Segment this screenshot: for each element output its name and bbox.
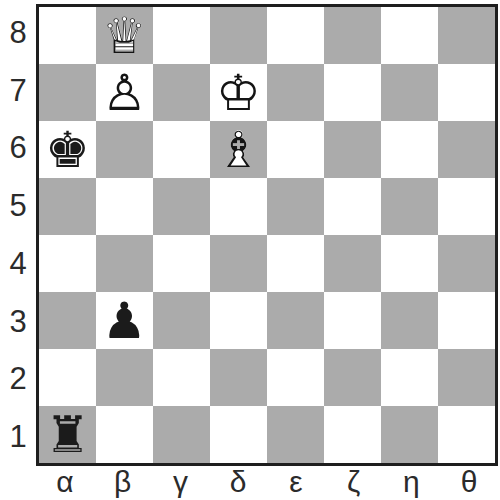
square-f6[interactable] [324, 121, 381, 178]
square-c6[interactable] [153, 121, 210, 178]
square-c7[interactable] [153, 64, 210, 121]
square-h1[interactable] [438, 406, 495, 463]
square-e3[interactable] [267, 292, 324, 349]
white-pawn-piece[interactable]: ♙ [96, 64, 153, 121]
square-f1[interactable] [324, 406, 381, 463]
square-a3[interactable] [39, 292, 96, 349]
square-a7[interactable] [39, 64, 96, 121]
square-a4[interactable] [39, 235, 96, 292]
square-g5[interactable] [381, 178, 438, 235]
square-b7[interactable]: ♟♙ [96, 64, 153, 121]
square-e7[interactable] [267, 64, 324, 121]
rank-label-6: 6 [0, 120, 36, 178]
square-d4[interactable] [210, 235, 267, 292]
square-b3[interactable]: ♟ [96, 292, 153, 349]
square-d2[interactable] [210, 349, 267, 406]
square-e4[interactable] [267, 235, 324, 292]
square-h6[interactable] [438, 121, 495, 178]
rank-label-1: 1 [0, 408, 36, 466]
square-a6[interactable]: ♚ [39, 121, 96, 178]
white-king-piece-fill: ♚ [210, 64, 267, 121]
square-e1[interactable] [267, 406, 324, 463]
square-d1[interactable] [210, 406, 267, 463]
square-c8[interactable] [153, 7, 210, 64]
square-h5[interactable] [438, 178, 495, 235]
white-bishop-piece[interactable]: ♗ [210, 121, 267, 178]
square-g4[interactable] [381, 235, 438, 292]
square-d5[interactable] [210, 178, 267, 235]
file-label-c: γ [152, 466, 210, 499]
square-f7[interactable] [324, 64, 381, 121]
square-f5[interactable] [324, 178, 381, 235]
square-b5[interactable] [96, 178, 153, 235]
square-f8[interactable] [324, 7, 381, 64]
square-h3[interactable] [438, 292, 495, 349]
square-e8[interactable] [267, 7, 324, 64]
rank-label-2: 2 [0, 351, 36, 409]
square-d7[interactable]: ♚♔ [210, 64, 267, 121]
square-b4[interactable] [96, 235, 153, 292]
square-g8[interactable] [381, 7, 438, 64]
square-d8[interactable] [210, 7, 267, 64]
square-f4[interactable] [324, 235, 381, 292]
square-c1[interactable] [153, 406, 210, 463]
square-d3[interactable] [210, 292, 267, 349]
file-label-e: ε [267, 466, 325, 499]
square-c5[interactable] [153, 178, 210, 235]
file-label-d: δ [209, 466, 267, 499]
rank-label-5: 5 [0, 177, 36, 235]
file-label-h: θ [440, 466, 498, 499]
square-g3[interactable] [381, 292, 438, 349]
file-label-b: β [94, 466, 152, 499]
rank-label-3: 3 [0, 293, 36, 351]
square-b6[interactable] [96, 121, 153, 178]
square-f3[interactable] [324, 292, 381, 349]
rank-label-8: 8 [0, 4, 36, 62]
square-g6[interactable] [381, 121, 438, 178]
chess-diagram: 87654321 ♛♕♟♙♚♔♚♝♗♟♜ αβγδεζηθ [0, 0, 500, 500]
square-b8[interactable]: ♛♕ [96, 7, 153, 64]
chess-board: ♛♕♟♙♚♔♚♝♗♟♜ [36, 4, 498, 466]
square-a1[interactable]: ♜ [39, 406, 96, 463]
file-label-g: η [383, 466, 441, 499]
square-h7[interactable] [438, 64, 495, 121]
white-bishop-piece-fill: ♝ [210, 121, 267, 178]
square-g7[interactable] [381, 64, 438, 121]
black-king-piece[interactable]: ♚ [39, 121, 96, 178]
file-label-f: ζ [325, 466, 383, 499]
square-h2[interactable] [438, 349, 495, 406]
square-c4[interactable] [153, 235, 210, 292]
white-king-piece[interactable]: ♔ [210, 64, 267, 121]
square-c3[interactable] [153, 292, 210, 349]
square-a8[interactable] [39, 7, 96, 64]
square-e5[interactable] [267, 178, 324, 235]
file-labels: αβγδεζηθ [36, 466, 498, 499]
square-a2[interactable] [39, 349, 96, 406]
black-pawn-piece[interactable]: ♟ [96, 292, 153, 349]
square-b1[interactable] [96, 406, 153, 463]
square-h8[interactable] [438, 7, 495, 64]
square-e2[interactable] [267, 349, 324, 406]
white-pawn-piece-fill: ♟ [96, 64, 153, 121]
rank-label-7: 7 [0, 62, 36, 120]
black-rook-piece[interactable]: ♜ [39, 406, 96, 463]
square-h4[interactable] [438, 235, 495, 292]
square-b2[interactable] [96, 349, 153, 406]
rank-labels: 87654321 [0, 4, 36, 466]
square-c2[interactable] [153, 349, 210, 406]
square-f2[interactable] [324, 349, 381, 406]
file-label-a: α [36, 466, 94, 499]
white-queen-piece[interactable]: ♕ [96, 7, 153, 64]
square-g1[interactable] [381, 406, 438, 463]
square-d6[interactable]: ♝♗ [210, 121, 267, 178]
rank-label-4: 4 [0, 235, 36, 293]
square-e6[interactable] [267, 121, 324, 178]
square-a5[interactable] [39, 178, 96, 235]
white-queen-piece-fill: ♛ [96, 7, 153, 64]
square-g2[interactable] [381, 349, 438, 406]
